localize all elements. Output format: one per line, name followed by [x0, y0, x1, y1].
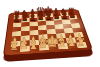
- square-b1[interactable]: [20, 46, 30, 52]
- square-c1[interactable]: [30, 45, 40, 51]
- square-a1[interactable]: [10, 46, 20, 52]
- chess-board: [3, 9, 93, 56]
- chess-set-photo: ♜♞♝♛♚♝♞♜♟♟♟♟♟♟♟♟♟♟♟♟♟♟♟♟♜♞♝♛♚♝♞♜: [0, 0, 100, 67]
- square-h1[interactable]: [76, 42, 87, 48]
